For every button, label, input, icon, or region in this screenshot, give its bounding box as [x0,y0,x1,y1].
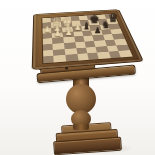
piece-bB[interactable]: ♝ [82,21,91,31]
piece-wP[interactable]: ♟ [54,30,61,38]
board-frame: ♛♚♚♛♟♟♝♟♝♞♟♟♟ [32,9,144,70]
table-top: ♛♚♚♛♟♟♝♟♝♞♟♟♟ [32,9,144,70]
piece-wP[interactable]: ♟ [74,24,81,32]
square-e3[interactable] [85,41,96,47]
piece-wP[interactable]: ♟ [65,29,72,37]
square-h4[interactable] [112,34,125,40]
square-d2[interactable] [76,47,87,54]
piece-bK[interactable]: ♚ [90,14,100,25]
chess-board: ♛♚♚♛♟♟♝♟♝♞♟♟♟ [41,13,134,64]
piece-bP[interactable]: ♟ [94,27,101,35]
square-f1[interactable] [97,52,111,59]
square-h5[interactable] [110,29,122,35]
piece-bN[interactable]: ♞ [101,20,110,30]
square-a3[interactable] [43,44,53,51]
square-h1[interactable] [119,50,133,57]
square-g5[interactable] [101,29,112,35]
piece-wP[interactable]: ♟ [44,26,51,34]
square-b5[interactable]: ♟ [52,32,63,38]
square-e6[interactable]: ♝ [81,25,91,31]
square-b4[interactable] [52,38,64,44]
square-d6[interactable]: ♟ [72,26,82,32]
square-c5[interactable]: ♟ [63,32,75,38]
square-g6[interactable]: ♞ [100,24,110,30]
square-h6[interactable] [108,24,120,30]
chess-table-photo: ♛♚♚♛♟♟♝♟♝♞♟♟♟ [0,0,155,155]
pedestal-collar [73,124,89,130]
square-a1[interactable] [43,56,54,63]
square-a6[interactable]: ♟ [43,28,52,34]
square-b1[interactable] [54,55,67,62]
